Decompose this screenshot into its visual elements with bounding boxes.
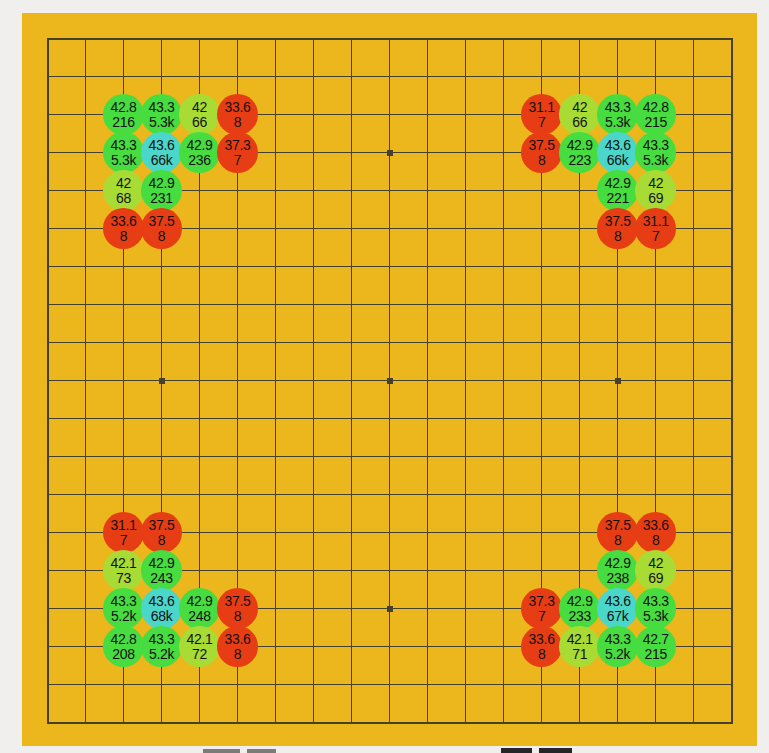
grid-line-horizontal (47, 456, 733, 457)
analysis-move-D4[interactable]: 43.668k (141, 588, 182, 629)
analysis-move-P16[interactable]: 42.9223 (559, 132, 600, 173)
winrate-label: 31.1 (643, 214, 669, 229)
analysis-move-C4[interactable]: 43.35.2k (103, 588, 144, 629)
winrate-label: 31.1 (110, 518, 136, 533)
winrate-label: 43.6 (149, 594, 175, 609)
winrate-label: 42.9 (567, 138, 593, 153)
winrate-label: 42.1 (187, 632, 213, 647)
visits-label: 68k (151, 609, 173, 624)
visits-label: 66k (151, 153, 173, 168)
analysis-move-F16[interactable]: 37.37 (217, 132, 258, 173)
winrate-label: 42.7 (643, 632, 669, 647)
analysis-move-O17[interactable]: 31.17 (521, 94, 562, 135)
visits-label: 66 (572, 115, 587, 130)
analysis-move-C17[interactable]: 42.8216 (103, 94, 144, 135)
analysis-move-P4[interactable]: 42.9233 (559, 588, 600, 629)
visits-label: 236 (188, 153, 210, 168)
star-point (615, 378, 621, 384)
visits-label: 248 (188, 609, 210, 624)
analysis-move-C16[interactable]: 43.35.3k (103, 132, 144, 173)
winrate-label: 42.8 (110, 632, 136, 647)
visits-label: 231 (150, 191, 172, 206)
winrate-label: 37.3 (529, 594, 555, 609)
analysis-move-Q4[interactable]: 43.667k (597, 588, 638, 629)
star-point (159, 378, 165, 384)
visits-label: 8 (234, 609, 242, 624)
winrate-label: 42 (648, 556, 663, 571)
analysis-move-Q6[interactable]: 37.58 (597, 512, 638, 553)
visits-label: 69 (648, 191, 663, 206)
visits-label: 8 (158, 533, 166, 548)
toolbar-button-fragment[interactable] (539, 748, 572, 753)
visits-label: 5.3k (643, 153, 668, 168)
analysis-move-D17[interactable]: 43.35.3k (141, 94, 182, 135)
winrate-label: 33.6 (225, 100, 251, 115)
app-window: 42.821643.35.3k426633.6843.35.3k43.666k4… (0, 0, 769, 753)
winrate-label: 43.3 (110, 138, 136, 153)
winrate-label: 42.9 (605, 176, 631, 191)
toolbar-button-fragment[interactable] (203, 749, 240, 753)
visits-label: 67k (607, 609, 629, 624)
star-point (387, 378, 393, 384)
visits-label: 71 (572, 647, 587, 662)
winrate-label: 33.6 (529, 632, 555, 647)
visits-label: 221 (606, 191, 628, 206)
analysis-move-D16[interactable]: 43.666k (141, 132, 182, 173)
visits-label: 216 (112, 115, 134, 130)
analysis-move-R3[interactable]: 42.7215 (635, 626, 676, 667)
winrate-label: 42.9 (149, 556, 175, 571)
winrate-label: 42 (648, 176, 663, 191)
winrate-label: 42.9 (149, 176, 175, 191)
visits-label: 66 (192, 115, 207, 130)
analysis-move-C14[interactable]: 33.68 (103, 208, 144, 249)
grid-line-horizontal (47, 684, 733, 685)
analysis-move-R16[interactable]: 43.35.3k (635, 132, 676, 173)
analysis-move-F17[interactable]: 33.68 (217, 94, 258, 135)
winrate-label: 37.5 (149, 518, 175, 533)
winrate-label: 37.5 (149, 214, 175, 229)
visits-label: 238 (606, 571, 628, 586)
winrate-label: 37.5 (605, 518, 631, 533)
winrate-label: 43.6 (605, 594, 631, 609)
analysis-move-D6[interactable]: 37.58 (141, 512, 182, 553)
winrate-label: 43.3 (110, 594, 136, 609)
grid-line-vertical (465, 38, 466, 724)
visits-label: 8 (614, 229, 622, 244)
winrate-label: 42 (116, 176, 131, 191)
winrate-label: 43.6 (605, 138, 631, 153)
analysis-move-R6[interactable]: 33.68 (635, 512, 676, 553)
winrate-label: 42.9 (187, 594, 213, 609)
grid-line-horizontal (47, 722, 733, 724)
analysis-move-Q16[interactable]: 43.666k (597, 132, 638, 173)
analysis-move-C3[interactable]: 42.8208 (103, 626, 144, 667)
visits-label: 5.3k (643, 609, 668, 624)
grid-line-horizontal (47, 494, 733, 495)
winrate-label: 43.3 (643, 138, 669, 153)
winrate-label: 43.3 (605, 100, 631, 115)
bottom-toolbar (0, 746, 769, 753)
visits-label: 223 (568, 153, 590, 168)
visits-label: 8 (158, 229, 166, 244)
visits-label: 8 (234, 647, 242, 662)
go-board[interactable]: 42.821643.35.3k426633.6843.35.3k43.666k4… (22, 13, 757, 746)
winrate-label: 37.5 (605, 214, 631, 229)
visits-label: 5.3k (111, 153, 136, 168)
visits-label: 7 (538, 609, 546, 624)
visits-label: 5.2k (605, 647, 630, 662)
analysis-move-R15[interactable]: 4269 (635, 170, 676, 211)
winrate-label: 43.6 (149, 138, 175, 153)
visits-label: 7 (538, 115, 546, 130)
analysis-move-D3[interactable]: 43.35.2k (141, 626, 182, 667)
winrate-label: 43.3 (149, 632, 175, 647)
analysis-move-C15[interactable]: 4268 (103, 170, 144, 211)
winrate-label: 43.3 (149, 100, 175, 115)
visits-label: 8 (538, 153, 546, 168)
analysis-move-C5[interactable]: 42.173 (103, 550, 144, 591)
winrate-label: 37.5 (529, 138, 555, 153)
analysis-move-E3[interactable]: 42.172 (179, 626, 220, 667)
visits-label: 5.3k (605, 115, 630, 130)
analysis-move-Q17[interactable]: 43.35.3k (597, 94, 638, 135)
grid-line-vertical (503, 38, 504, 724)
winrate-label: 37.3 (225, 138, 251, 153)
visits-label: 72 (192, 647, 207, 662)
visits-label: 243 (150, 571, 172, 586)
visits-label: 68 (116, 191, 131, 206)
winrate-label: 42.8 (110, 100, 136, 115)
analysis-move-R17[interactable]: 42.8215 (635, 94, 676, 135)
analysis-move-Q15[interactable]: 42.9221 (597, 170, 638, 211)
visits-label: 5.2k (149, 647, 174, 662)
visits-label: 215 (644, 115, 666, 130)
winrate-label: 42.9 (605, 556, 631, 571)
analysis-move-D14[interactable]: 37.58 (141, 208, 182, 249)
winrate-label: 33.6 (643, 518, 669, 533)
analysis-move-R5[interactable]: 4269 (635, 550, 676, 591)
winrate-label: 42 (192, 100, 207, 115)
winrate-label: 33.6 (225, 632, 251, 647)
visits-label: 8 (614, 533, 622, 548)
analysis-move-R14[interactable]: 31.17 (635, 208, 676, 249)
analysis-move-Q5[interactable]: 42.9238 (597, 550, 638, 591)
analysis-move-O16[interactable]: 37.58 (521, 132, 562, 173)
visits-label: 73 (116, 571, 131, 586)
winrate-label: 43.3 (605, 632, 631, 647)
winrate-label: 42.9 (567, 594, 593, 609)
grid-line-vertical (731, 38, 733, 724)
visits-label: 8 (652, 533, 660, 548)
analysis-move-E4[interactable]: 42.9248 (179, 588, 220, 629)
grid-line-horizontal (47, 418, 733, 419)
visits-label: 7 (120, 533, 128, 548)
analysis-move-P3[interactable]: 42.171 (559, 626, 600, 667)
analysis-move-R4[interactable]: 43.35.3k (635, 588, 676, 629)
winrate-label: 42.1 (110, 556, 136, 571)
visits-label: 66k (607, 153, 629, 168)
visits-label: 7 (652, 229, 660, 244)
visits-label: 5.3k (149, 115, 174, 130)
visits-label: 215 (644, 647, 666, 662)
analysis-move-F3[interactable]: 33.68 (217, 626, 258, 667)
visits-label: 8 (538, 647, 546, 662)
analysis-move-D5[interactable]: 42.9243 (141, 550, 182, 591)
toolbar-button-fragment[interactable] (247, 749, 276, 753)
analysis-move-O4[interactable]: 37.37 (521, 588, 562, 629)
winrate-label: 42.9 (187, 138, 213, 153)
grid-line-vertical (693, 38, 694, 724)
visits-label: 7 (234, 153, 242, 168)
analysis-move-P17[interactable]: 4266 (559, 94, 600, 135)
analysis-move-E16[interactable]: 42.9236 (179, 132, 220, 173)
visits-label: 208 (112, 647, 134, 662)
analysis-move-F4[interactable]: 37.58 (217, 588, 258, 629)
visits-label: 233 (568, 609, 590, 624)
analysis-move-O3[interactable]: 33.68 (521, 626, 562, 667)
grid-line-vertical (427, 38, 428, 724)
toolbar-button-fragment[interactable] (501, 748, 532, 753)
analysis-move-Q3[interactable]: 43.35.2k (597, 626, 638, 667)
visits-label: 69 (648, 571, 663, 586)
star-point (387, 150, 393, 156)
analysis-move-E17[interactable]: 4266 (179, 94, 220, 135)
winrate-label: 31.1 (529, 100, 555, 115)
analysis-move-C6[interactable]: 31.17 (103, 512, 144, 553)
winrate-label: 42 (572, 100, 587, 115)
analysis-move-D15[interactable]: 42.9231 (141, 170, 182, 211)
visits-label: 8 (120, 229, 128, 244)
winrate-label: 42.8 (643, 100, 669, 115)
winrate-label: 42.1 (567, 632, 593, 647)
winrate-label: 33.6 (110, 214, 136, 229)
visits-label: 8 (234, 115, 242, 130)
analysis-move-Q14[interactable]: 37.58 (597, 208, 638, 249)
winrate-label: 37.5 (225, 594, 251, 609)
winrate-label: 43.3 (643, 594, 669, 609)
star-point (387, 606, 393, 612)
visits-label: 5.2k (111, 609, 136, 624)
